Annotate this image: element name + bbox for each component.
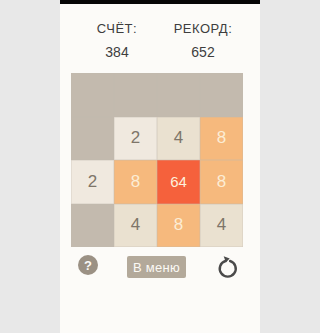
score-value: 384 [69,44,165,60]
app-screen: СЧЁТ: 384 РЕКОРД: 652 24828648484 ? В ме… [60,0,260,333]
tile-8-r4c3: 8 [157,204,200,248]
empty-cell-r1c2 [114,73,157,117]
top-black-bar [60,0,260,4]
tile-8-r3c4: 8 [200,160,243,204]
tile-4-r4c4: 4 [200,204,243,248]
tile-4-r2c3: 4 [157,117,200,161]
best-value: 652 [155,44,251,60]
empty-cell-r1c1 [71,73,114,117]
tile-2-r3c1: 2 [71,160,114,204]
best-score-block: РЕКОРД: 652 [155,21,251,60]
best-label: РЕКОРД: [155,21,251,36]
restart-button[interactable] [213,253,241,283]
score-label: СЧЁТ: [69,21,165,36]
empty-cell-r4c1 [71,204,114,248]
question-mark-icon: ? [84,258,92,273]
tile-4-r4c2: 4 [114,204,157,248]
empty-cell-r2c1 [71,117,114,161]
tile-2-r2c2: 2 [114,117,157,161]
tile-8-r3c2: 8 [114,160,157,204]
empty-cell-r1c4 [200,73,243,117]
menu-button[interactable]: В меню [127,256,186,278]
help-button[interactable]: ? [78,255,98,275]
restart-icon [214,254,241,282]
empty-cell-r1c3 [157,73,200,117]
board[interactable]: 24828648484 [71,73,243,247]
tile-64-r3c3: 64 [157,160,200,204]
score-block: СЧЁТ: 384 [69,21,165,60]
tile-8-r2c4: 8 [200,117,243,161]
menu-button-label: В меню [133,260,180,275]
